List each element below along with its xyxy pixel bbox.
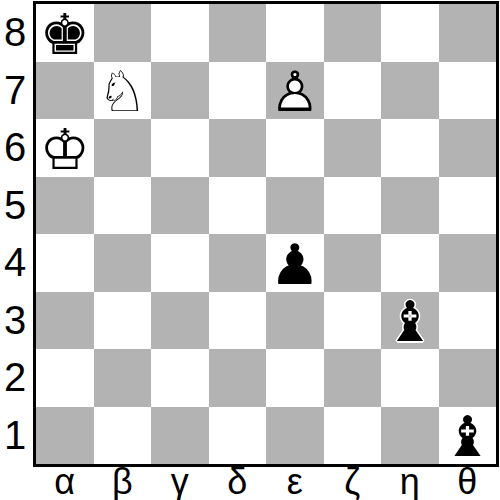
file-labels: αβγδεζηθ: [36, 464, 496, 500]
chess-board: ♚♞♘♟♙♚♔♟♝♝: [33, 1, 499, 467]
square-η2: [381, 349, 439, 407]
file-label-ζ: ζ: [324, 464, 382, 500]
square-θ8: [439, 4, 497, 62]
square-η7: [381, 62, 439, 120]
square-η4: [381, 234, 439, 292]
piece-glyph: ♚: [36, 4, 94, 62]
file-label-δ: δ: [209, 464, 267, 500]
square-α6: ♚♔: [36, 119, 94, 177]
square-δ2: [209, 349, 267, 407]
file-label-ε: ε: [266, 464, 324, 500]
square-β6: [94, 119, 152, 177]
black-bishop: ♝: [439, 407, 497, 465]
square-θ4: [439, 234, 497, 292]
square-δ1: [209, 407, 267, 465]
square-γ1: [151, 407, 209, 465]
rank-label-7: 7: [0, 62, 30, 120]
chess-diagram: 87654321 ♚♞♘♟♙♚♔♟♝♝ αβγδεζηθ: [0, 0, 500, 500]
square-δ5: [209, 177, 267, 235]
square-ε5: [266, 177, 324, 235]
square-ε4: ♟: [266, 234, 324, 292]
square-α1: [36, 407, 94, 465]
piece-glyph-outline: ♔: [36, 119, 94, 177]
square-β3: [94, 292, 152, 350]
square-η5: [381, 177, 439, 235]
square-γ7: [151, 62, 209, 120]
square-α5: [36, 177, 94, 235]
black-pawn: ♟: [266, 234, 324, 292]
square-η1: [381, 407, 439, 465]
rank-label-6: 6: [0, 119, 30, 177]
square-γ8: [151, 4, 209, 62]
square-θ2: [439, 349, 497, 407]
square-θ5: [439, 177, 497, 235]
rank-label-2: 2: [0, 349, 30, 407]
square-α3: [36, 292, 94, 350]
square-ε8: [266, 4, 324, 62]
piece-glyph: ♟: [266, 234, 324, 292]
square-δ6: [209, 119, 267, 177]
square-β2: [94, 349, 152, 407]
square-ζ4: [324, 234, 382, 292]
square-β4: [94, 234, 152, 292]
square-θ6: [439, 119, 497, 177]
rank-label-5: 5: [0, 177, 30, 235]
square-ε3: [266, 292, 324, 350]
square-θ1: ♝: [439, 407, 497, 465]
file-label-α: α: [36, 464, 94, 500]
square-ζ1: [324, 407, 382, 465]
square-γ2: [151, 349, 209, 407]
square-δ4: [209, 234, 267, 292]
square-ζ7: [324, 62, 382, 120]
square-δ7: [209, 62, 267, 120]
black-king: ♚: [36, 4, 94, 62]
square-γ3: [151, 292, 209, 350]
file-label-η: η: [381, 464, 439, 500]
square-ζ8: [324, 4, 382, 62]
square-ζ6: [324, 119, 382, 177]
square-α2: [36, 349, 94, 407]
square-ε7: ♟♙: [266, 62, 324, 120]
square-α7: [36, 62, 94, 120]
square-θ7: [439, 62, 497, 120]
file-label-γ: γ: [151, 464, 209, 500]
rank-labels: 87654321: [0, 4, 30, 464]
square-β5: [94, 177, 152, 235]
square-η3: ♝: [381, 292, 439, 350]
rank-label-3: 3: [0, 292, 30, 350]
file-label-θ: θ: [439, 464, 497, 500]
square-γ4: [151, 234, 209, 292]
square-α8: ♚: [36, 4, 94, 62]
square-γ5: [151, 177, 209, 235]
square-γ6: [151, 119, 209, 177]
rank-label-1: 1: [0, 407, 30, 465]
white-pawn: ♟♙: [266, 62, 324, 120]
square-η6: [381, 119, 439, 177]
square-η8: [381, 4, 439, 62]
square-δ3: [209, 292, 267, 350]
rank-label-8: 8: [0, 4, 30, 62]
square-δ8: [209, 4, 267, 62]
piece-glyph: ♝: [439, 407, 497, 465]
square-ε6: [266, 119, 324, 177]
square-α4: [36, 234, 94, 292]
square-θ3: [439, 292, 497, 350]
square-ε2: [266, 349, 324, 407]
square-ζ2: [324, 349, 382, 407]
white-king: ♚♔: [36, 119, 94, 177]
square-ζ5: [324, 177, 382, 235]
piece-glyph-outline: ♙: [266, 62, 324, 120]
square-β8: [94, 4, 152, 62]
piece-glyph: ♝: [381, 292, 439, 350]
black-bishop: ♝: [381, 292, 439, 350]
piece-glyph-outline: ♘: [94, 62, 152, 120]
rank-label-4: 4: [0, 234, 30, 292]
square-β1: [94, 407, 152, 465]
white-knight: ♞♘: [94, 62, 152, 120]
file-label-β: β: [94, 464, 152, 500]
square-β7: ♞♘: [94, 62, 152, 120]
square-ε1: [266, 407, 324, 465]
square-ζ3: [324, 292, 382, 350]
